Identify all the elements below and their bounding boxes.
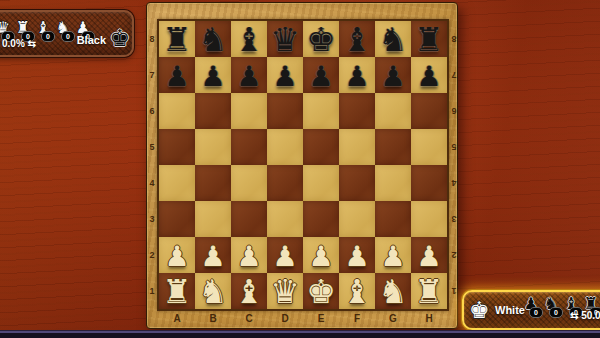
square-f2[interactable]: ♟ — [339, 237, 375, 273]
square-b6[interactable] — [195, 93, 231, 129]
square-g5[interactable] — [375, 129, 411, 165]
square-e6[interactable] — [303, 93, 339, 129]
screen-bottom-edge — [0, 330, 600, 338]
piece-black-pawn[interactable]: ♟ — [195, 57, 231, 93]
piece-black-pawn[interactable]: ♟ — [303, 57, 339, 93]
rank-label-right-5: 5 — [449, 129, 459, 165]
piece-black-pawn[interactable]: ♟ — [159, 57, 195, 93]
square-c7[interactable]: ♟ — [231, 57, 267, 93]
piece-black-knight[interactable]: ♞ — [195, 21, 231, 57]
square-g7[interactable]: ♟ — [375, 57, 411, 93]
square-d2[interactable]: ♟ — [267, 237, 303, 273]
file-labels-bottom: ABCDEFGH — [159, 309, 447, 328]
file-label-e: E — [303, 309, 339, 328]
piece-white-pawn[interactable]: ♟ — [339, 237, 375, 273]
rank-label-right-3: 3 — [449, 201, 459, 237]
square-b5[interactable] — [195, 129, 231, 165]
square-c1[interactable]: ♝ — [231, 273, 267, 309]
square-b3[interactable] — [195, 201, 231, 237]
file-label-h: H — [411, 309, 447, 328]
square-c6[interactable] — [231, 93, 267, 129]
rank-label-right-6: 6 — [449, 93, 459, 129]
piece-white-bishop[interactable]: ♝ — [339, 273, 375, 309]
rank-label-left-1: 1 — [147, 273, 157, 309]
piece-white-queen[interactable]: ♛ — [267, 273, 303, 309]
rank-labels-right: 87654321 — [449, 21, 459, 309]
captured-count-badge: 0 — [61, 31, 75, 42]
captured-white-queen-icon: ♛0 — [0, 18, 12, 40]
captured-count-badge: 0 — [41, 31, 55, 42]
square-e5[interactable] — [303, 129, 339, 165]
piece-white-pawn[interactable]: ♟ — [267, 237, 303, 273]
square-h6[interactable] — [411, 93, 447, 129]
rank-label-right-8: 8 — [449, 21, 459, 57]
square-f6[interactable] — [339, 93, 375, 129]
rank-label-left-4: 4 — [147, 165, 157, 201]
rank-label-right-7: 7 — [449, 57, 459, 93]
square-f5[interactable] — [339, 129, 375, 165]
square-h7[interactable]: ♟ — [411, 57, 447, 93]
piece-white-pawn[interactable]: ♟ — [231, 237, 267, 273]
captured-count-badge: 0 — [549, 307, 563, 318]
piece-white-knight[interactable]: ♞ — [195, 273, 231, 309]
square-a3[interactable] — [159, 201, 195, 237]
captured-count-badge: 0 — [529, 307, 543, 318]
square-a2[interactable]: ♟ — [159, 237, 195, 273]
black-player-name: Black — [77, 34, 106, 46]
game-screen: ♛0♜0♝0♞0♟0 0.0% ⇆ Black ♚ ♜♞♝♛♚♝♞♜♟♟♟♟♟♟… — [0, 0, 600, 338]
square-g6[interactable] — [375, 93, 411, 129]
square-f8[interactable]: ♝ — [339, 21, 375, 57]
square-g3[interactable] — [375, 201, 411, 237]
square-e4[interactable] — [303, 165, 339, 201]
square-f4[interactable] — [339, 165, 375, 201]
piece-white-pawn[interactable]: ♟ — [159, 237, 195, 273]
rank-label-left-6: 6 — [147, 93, 157, 129]
rank-label-right-1: 1 — [449, 273, 459, 309]
piece-white-pawn[interactable]: ♟ — [411, 237, 447, 273]
square-f7[interactable]: ♟ — [339, 57, 375, 93]
square-b2[interactable]: ♟ — [195, 237, 231, 273]
square-a6[interactable] — [159, 93, 195, 129]
black-king-icon: ♚ — [109, 26, 130, 50]
square-g1[interactable]: ♞ — [375, 273, 411, 309]
square-h4[interactable] — [411, 165, 447, 201]
square-d5[interactable] — [267, 129, 303, 165]
file-label-b: B — [195, 309, 231, 328]
white-score-text: ⇆ 50.0 — [570, 310, 600, 321]
piece-white-bishop[interactable]: ♝ — [231, 273, 267, 309]
rank-label-left-3: 3 — [147, 201, 157, 237]
square-a1[interactable]: ♜ — [159, 273, 195, 309]
piece-black-pawn[interactable]: ♟ — [231, 57, 267, 93]
piece-white-rook[interactable]: ♜ — [411, 273, 447, 309]
file-label-g: G — [375, 309, 411, 328]
rank-labels-left: 87654321 — [147, 21, 157, 309]
square-a5[interactable] — [159, 129, 195, 165]
rank-label-left-8: 8 — [147, 21, 157, 57]
square-b4[interactable] — [195, 165, 231, 201]
square-g2[interactable]: ♟ — [375, 237, 411, 273]
piece-black-pawn[interactable]: ♟ — [339, 57, 375, 93]
piece-black-king[interactable]: ♚ — [303, 21, 339, 57]
square-c8[interactable]: ♝ — [231, 21, 267, 57]
white-player-name: White — [495, 304, 525, 316]
piece-white-pawn[interactable]: ♟ — [375, 237, 411, 273]
square-h2[interactable]: ♟ — [411, 237, 447, 273]
square-c4[interactable] — [231, 165, 267, 201]
square-b1[interactable]: ♞ — [195, 273, 231, 309]
piece-white-knight[interactable]: ♞ — [375, 273, 411, 309]
piece-black-pawn[interactable]: ♟ — [375, 57, 411, 93]
file-label-d: D — [267, 309, 303, 328]
square-d6[interactable] — [267, 93, 303, 129]
piece-black-pawn[interactable]: ♟ — [411, 57, 447, 93]
square-c5[interactable] — [231, 129, 267, 165]
piece-white-king[interactable]: ♚ — [303, 273, 339, 309]
piece-black-knight[interactable]: ♞ — [375, 21, 411, 57]
piece-black-pawn[interactable]: ♟ — [267, 57, 303, 93]
piece-black-rook[interactable]: ♜ — [159, 21, 195, 57]
square-h8[interactable]: ♜ — [411, 21, 447, 57]
square-d3[interactable] — [267, 201, 303, 237]
rank-label-left-5: 5 — [147, 129, 157, 165]
square-b8[interactable]: ♞ — [195, 21, 231, 57]
captured-black-knight-icon: ♞0 — [542, 294, 560, 316]
square-e3[interactable] — [303, 201, 339, 237]
square-c3[interactable] — [231, 201, 267, 237]
piece-black-bishop[interactable]: ♝ — [339, 21, 375, 57]
rank-label-left-7: 7 — [147, 57, 157, 93]
white-player-panel: ♚ White ♟0♞0♝0♜0♛0 ⇆ 50.0 — [462, 290, 600, 330]
rank-label-right-2: 2 — [449, 237, 459, 273]
piece-white-pawn[interactable]: ♟ — [195, 237, 231, 273]
square-e1[interactable]: ♚ — [303, 273, 339, 309]
square-e7[interactable]: ♟ — [303, 57, 339, 93]
piece-black-queen[interactable]: ♛ — [267, 21, 303, 57]
captured-white-knight-icon: ♞0 — [54, 18, 72, 40]
black-score-text: 0.0% ⇆ — [2, 38, 36, 49]
white-king-icon: ♚ — [469, 298, 490, 322]
chess-board: ♜♞♝♛♚♝♞♜♟♟♟♟♟♟♟♟♟♟♟♟♟♟♟♟♜♞♝♛♚♝♞♜ 8765432… — [146, 2, 458, 329]
rank-label-left-2: 2 — [147, 237, 157, 273]
square-f3[interactable] — [339, 201, 375, 237]
square-h3[interactable] — [411, 201, 447, 237]
captured-black-pawn-icon: ♟0 — [522, 294, 540, 316]
square-d4[interactable] — [267, 165, 303, 201]
piece-black-bishop[interactable]: ♝ — [231, 21, 267, 57]
file-label-a: A — [159, 309, 195, 328]
square-e2[interactable]: ♟ — [303, 237, 339, 273]
square-a7[interactable]: ♟ — [159, 57, 195, 93]
rank-label-right-4: 4 — [449, 165, 459, 201]
square-g4[interactable] — [375, 165, 411, 201]
square-c2[interactable]: ♟ — [231, 237, 267, 273]
file-label-f: F — [339, 309, 375, 328]
piece-white-rook[interactable]: ♜ — [159, 273, 195, 309]
captured-white-rook-icon: ♜0 — [14, 18, 32, 40]
square-d1[interactable]: ♛ — [267, 273, 303, 309]
file-label-c: C — [231, 309, 267, 328]
piece-black-rook[interactable]: ♜ — [411, 21, 447, 57]
captured-white-bishop-icon: ♝0 — [34, 18, 52, 40]
square-e8[interactable]: ♚ — [303, 21, 339, 57]
square-a4[interactable] — [159, 165, 195, 201]
square-g8[interactable]: ♞ — [375, 21, 411, 57]
square-b7[interactable]: ♟ — [195, 57, 231, 93]
black-player-panel: ♛0♜0♝0♞0♟0 0.0% ⇆ Black ♚ — [0, 10, 134, 57]
square-h5[interactable] — [411, 129, 447, 165]
square-a8[interactable]: ♜ — [159, 21, 195, 57]
square-f1[interactable]: ♝ — [339, 273, 375, 309]
square-d7[interactable]: ♟ — [267, 57, 303, 93]
piece-white-pawn[interactable]: ♟ — [303, 237, 339, 273]
square-d8[interactable]: ♛ — [267, 21, 303, 57]
square-h1[interactable]: ♜ — [411, 273, 447, 309]
board-squares: ♜♞♝♛♚♝♞♜♟♟♟♟♟♟♟♟♟♟♟♟♟♟♟♟♜♞♝♛♚♝♞♜ — [157, 19, 449, 311]
